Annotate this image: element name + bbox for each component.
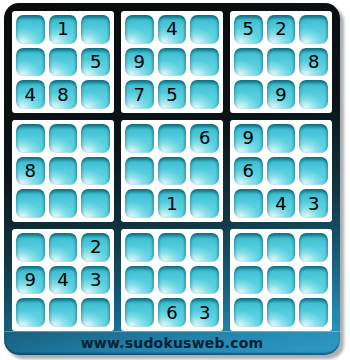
- box-2-3: 9643: [230, 120, 332, 222]
- cell-r8c6[interactable]: [190, 266, 219, 295]
- cell-r2c5[interactable]: [158, 48, 187, 77]
- cell-r7c6[interactable]: [190, 233, 219, 262]
- cell-r4c7[interactable]: 9: [234, 124, 263, 153]
- cell-r1c5[interactable]: 4: [158, 15, 187, 44]
- box-3-2: 63: [121, 229, 223, 331]
- cell-r4c2[interactable]: [49, 124, 78, 153]
- cell-r4c9[interactable]: [299, 124, 328, 153]
- cell-r9c8[interactable]: [267, 298, 296, 327]
- cell-r2c9[interactable]: 8: [299, 48, 328, 77]
- cell-r1c8[interactable]: 2: [267, 15, 296, 44]
- cell-r1c9[interactable]: [299, 15, 328, 44]
- cell-r6c8[interactable]: 4: [267, 189, 296, 218]
- cell-r6c9[interactable]: 3: [299, 189, 328, 218]
- cell-r6c3[interactable]: [81, 189, 110, 218]
- cell-r9c6[interactable]: 3: [190, 298, 219, 327]
- cell-r6c4[interactable]: [125, 189, 154, 218]
- cell-r4c6[interactable]: 6: [190, 124, 219, 153]
- cell-r8c5[interactable]: [158, 266, 187, 295]
- cell-r2c3[interactable]: 5: [81, 48, 110, 77]
- cell-r7c8[interactable]: [267, 233, 296, 262]
- cell-r6c2[interactable]: [49, 189, 78, 218]
- cell-r5c5[interactable]: [158, 157, 187, 186]
- cell-r9c9[interactable]: [299, 298, 328, 327]
- cell-r8c2[interactable]: 4: [49, 266, 78, 295]
- footer-band: www.sudokusweb.com: [4, 331, 340, 355]
- cell-r3c3[interactable]: [81, 80, 110, 109]
- cell-r9c5[interactable]: 6: [158, 298, 187, 327]
- cell-r1c6[interactable]: [190, 15, 219, 44]
- cell-r7c5[interactable]: [158, 233, 187, 262]
- box-2-1: 8: [12, 120, 114, 222]
- cell-r5c3[interactable]: [81, 157, 110, 186]
- cell-r4c5[interactable]: [158, 124, 187, 153]
- sudoku-card: 1548497552898619643294363 www.sudokusweb…: [4, 3, 340, 355]
- cell-r7c3[interactable]: 2: [81, 233, 110, 262]
- cell-r9c7[interactable]: [234, 298, 263, 327]
- cell-r8c3[interactable]: 3: [81, 266, 110, 295]
- cell-r2c4[interactable]: 9: [125, 48, 154, 77]
- cell-r3c1[interactable]: 4: [16, 80, 45, 109]
- cell-r4c1[interactable]: [16, 124, 45, 153]
- site-url: www.sudokusweb.com: [81, 335, 264, 351]
- cell-r3c9[interactable]: [299, 80, 328, 109]
- cell-r2c1[interactable]: [16, 48, 45, 77]
- cell-r7c4[interactable]: [125, 233, 154, 262]
- cell-r7c1[interactable]: [16, 233, 45, 262]
- cell-r9c2[interactable]: [49, 298, 78, 327]
- cell-r1c3[interactable]: [81, 15, 110, 44]
- cell-r5c6[interactable]: [190, 157, 219, 186]
- box-1-1: 1548: [12, 11, 114, 113]
- cell-r1c4[interactable]: [125, 15, 154, 44]
- box-2-2: 61: [121, 120, 223, 222]
- cell-r7c9[interactable]: [299, 233, 328, 262]
- cell-r5c7[interactable]: 6: [234, 157, 263, 186]
- cell-r5c2[interactable]: [49, 157, 78, 186]
- cell-r3c4[interactable]: 7: [125, 80, 154, 109]
- box-1-3: 5289: [230, 11, 332, 113]
- cell-r3c8[interactable]: 9: [267, 80, 296, 109]
- cell-r4c4[interactable]: [125, 124, 154, 153]
- cell-r2c7[interactable]: [234, 48, 263, 77]
- cell-r7c2[interactable]: [49, 233, 78, 262]
- cell-r1c1[interactable]: [16, 15, 45, 44]
- sudoku-board: 1548497552898619643294363: [12, 11, 332, 331]
- cell-r8c8[interactable]: [267, 266, 296, 295]
- cell-r6c1[interactable]: [16, 189, 45, 218]
- cell-r1c2[interactable]: 1: [49, 15, 78, 44]
- cell-r2c8[interactable]: [267, 48, 296, 77]
- cell-r6c7[interactable]: [234, 189, 263, 218]
- cell-r5c8[interactable]: [267, 157, 296, 186]
- cell-r4c8[interactable]: [267, 124, 296, 153]
- cell-r9c4[interactable]: [125, 298, 154, 327]
- cell-r3c7[interactable]: [234, 80, 263, 109]
- cell-r3c5[interactable]: 5: [158, 80, 187, 109]
- cell-r8c7[interactable]: [234, 266, 263, 295]
- box-3-3: [230, 229, 332, 331]
- cell-r5c1[interactable]: 8: [16, 157, 45, 186]
- cell-r3c6[interactable]: [190, 80, 219, 109]
- cell-r8c4[interactable]: [125, 266, 154, 295]
- cell-r5c9[interactable]: [299, 157, 328, 186]
- cell-r7c7[interactable]: [234, 233, 263, 262]
- cell-r2c2[interactable]: [49, 48, 78, 77]
- cell-r9c1[interactable]: [16, 298, 45, 327]
- cell-r4c3[interactable]: [81, 124, 110, 153]
- cell-r6c5[interactable]: 1: [158, 189, 187, 218]
- box-1-2: 4975: [121, 11, 223, 113]
- cell-r9c3[interactable]: [81, 298, 110, 327]
- cell-r6c6[interactable]: [190, 189, 219, 218]
- cell-r1c7[interactable]: 5: [234, 15, 263, 44]
- box-3-1: 2943: [12, 229, 114, 331]
- cell-r8c1[interactable]: 9: [16, 266, 45, 295]
- cell-r2c6[interactable]: [190, 48, 219, 77]
- cell-r8c9[interactable]: [299, 266, 328, 295]
- cell-r3c2[interactable]: 8: [49, 80, 78, 109]
- cell-r5c4[interactable]: [125, 157, 154, 186]
